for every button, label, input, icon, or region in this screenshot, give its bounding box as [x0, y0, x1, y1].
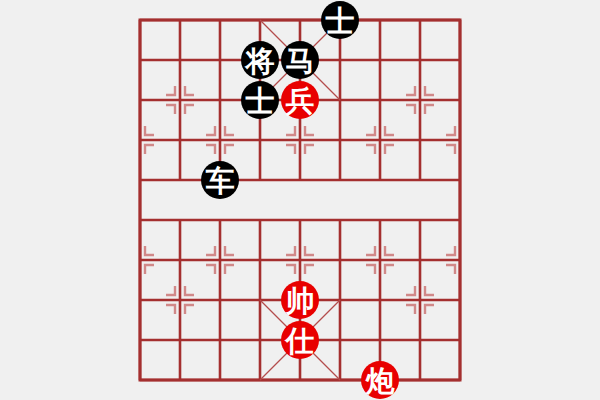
piece-red-soldier[interactable]: 兵 — [281, 81, 319, 119]
piece-black-horse[interactable]: 马 — [281, 41, 319, 79]
red-soldier-glyph: 兵 — [286, 87, 315, 116]
piece-black-advisor-1[interactable]: 士 — [321, 1, 359, 39]
black-advisor-1-glyph: 士 — [326, 7, 355, 36]
piece-black-advisor-2[interactable]: 士 — [241, 81, 279, 119]
black-general-glyph: 将 — [246, 47, 275, 76]
piece-black-general[interactable]: 将 — [241, 41, 279, 79]
black-chariot-glyph: 车 — [206, 167, 235, 196]
red-cannon-glyph: 炮 — [366, 367, 395, 396]
xiangqi-app: 士将马士兵车帅仕炮 — [0, 0, 600, 400]
pieces-layer: 士将马士兵车帅仕炮 — [120, 0, 480, 400]
black-horse-glyph: 马 — [286, 47, 315, 76]
xiangqi-board[interactable]: 士将马士兵车帅仕炮 — [0, 0, 600, 400]
piece-red-general[interactable]: 帅 — [281, 281, 319, 319]
red-general-glyph: 帅 — [286, 287, 315, 316]
red-advisor-glyph: 仕 — [286, 327, 315, 356]
black-advisor-2-glyph: 士 — [246, 87, 275, 116]
piece-red-cannon[interactable]: 炮 — [361, 361, 399, 399]
piece-red-advisor[interactable]: 仕 — [281, 321, 319, 359]
piece-black-chariot[interactable]: 车 — [201, 161, 239, 199]
